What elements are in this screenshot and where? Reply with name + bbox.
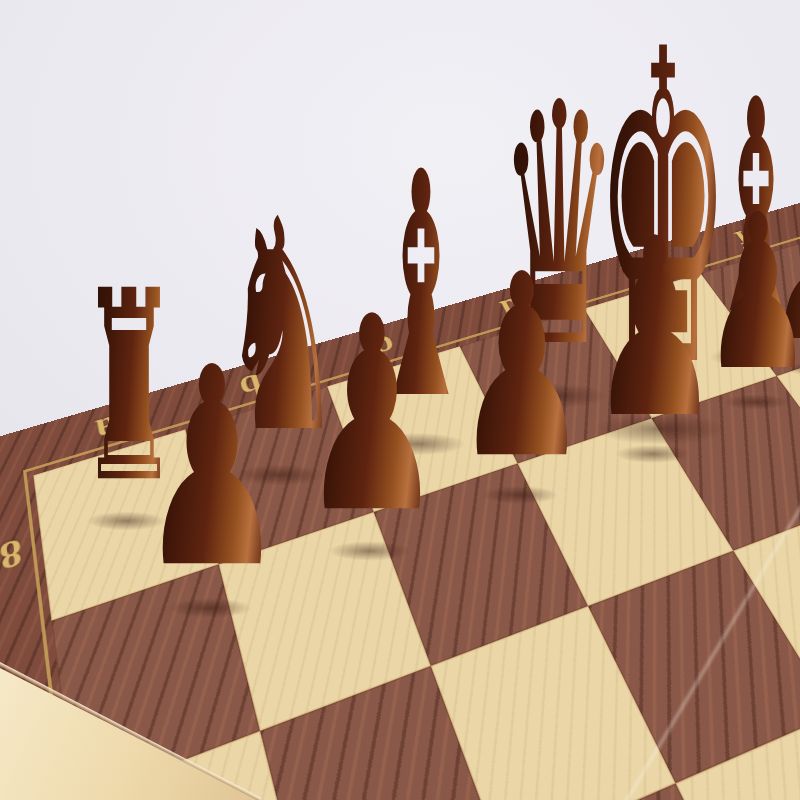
chess-set-photo: abcdefgh 87654321 ♜♟♞♟♝♟♛♚♟♟♝♟ xyxy=(0,0,800,800)
piece-pawn-a7[interactable]: ♟ xyxy=(89,332,335,606)
pawn-glyph: ♟ xyxy=(138,332,285,606)
